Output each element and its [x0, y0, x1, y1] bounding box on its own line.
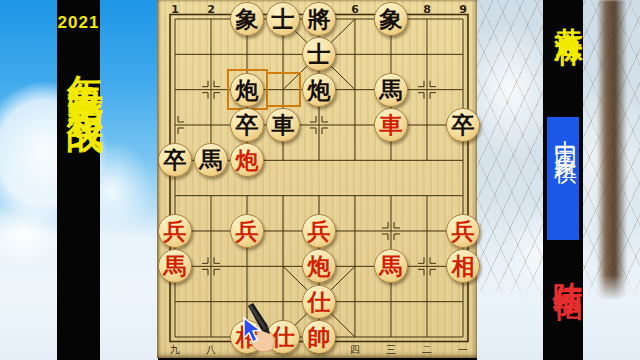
piece-red[interactable]: 炮 — [302, 249, 336, 283]
piece-red[interactable]: 帥 — [302, 320, 336, 354]
file-label-top: 9 — [459, 3, 467, 16]
file-label-top: 8 — [423, 3, 431, 16]
piece-black[interactable]: 馬 — [374, 73, 408, 107]
right-info-banner: 黄海林 中国象棋 陆伟韬 — [543, 0, 583, 360]
piece-red[interactable]: 兵 — [230, 214, 264, 248]
piece-black[interactable]: 將 — [302, 2, 336, 36]
player-top-name: 黄海林 — [549, 5, 587, 20]
year-label: 2021 — [57, 13, 100, 33]
piece-black[interactable]: 炮 — [230, 73, 264, 107]
player-bottom-name: 陆伟韬 — [548, 258, 588, 273]
piece-red[interactable]: 仕 — [302, 285, 336, 319]
xiangqi-board[interactable]: 123456789九八七六五四三二一 象士將象士炮炮馬卒車車卒卒馬炮兵兵兵兵馬炮… — [157, 0, 477, 358]
piece-red[interactable]: 馬 — [158, 249, 192, 283]
piece-red[interactable]: 馬 — [374, 249, 408, 283]
file-label-top: 1 — [171, 3, 179, 16]
file-label-top: 2 — [207, 3, 215, 16]
file-label-bottom: 三 — [386, 343, 396, 357]
piece-red[interactable]: 兵 — [446, 214, 480, 248]
file-label-bottom: 四 — [350, 343, 360, 357]
left-title-text: 年象甲精彩实战 — [60, 46, 109, 95]
piece-black[interactable]: 象 — [230, 2, 264, 36]
screenshot-root: 2021 年象甲精彩实战 黄海林 中国象棋 陆伟韬 123456789九八七六五… — [0, 0, 640, 360]
file-label-top: 6 — [351, 3, 359, 16]
piece-black[interactable]: 象 — [374, 2, 408, 36]
piece-red[interactable]: 炮 — [230, 143, 264, 177]
file-label-bottom: 九 — [170, 343, 180, 357]
piece-black[interactable]: 車 — [266, 108, 300, 142]
piece-black[interactable]: 卒 — [446, 108, 480, 142]
piece-black[interactable]: 士 — [266, 2, 300, 36]
left-title-banner: 2021 年象甲精彩实战 — [57, 0, 100, 360]
file-label-bottom: 八 — [206, 343, 216, 357]
piece-black[interactable]: 卒 — [230, 108, 264, 142]
piece-black[interactable]: 炮 — [302, 73, 336, 107]
pen-hand-cursor-icon — [238, 300, 284, 354]
channel-label-box: 中国象棋 — [547, 117, 579, 240]
file-label-bottom: 一 — [458, 343, 468, 357]
file-label-bottom: 二 — [422, 343, 432, 357]
piece-red[interactable]: 兵 — [158, 214, 192, 248]
piece-red[interactable]: 兵 — [302, 214, 336, 248]
tree-trunk — [597, 0, 627, 300]
piece-red[interactable]: 相 — [446, 249, 480, 283]
piece-red[interactable]: 車 — [374, 108, 408, 142]
channel-label: 中国象棋 — [551, 122, 582, 150]
last-move-from-box — [266, 72, 301, 107]
